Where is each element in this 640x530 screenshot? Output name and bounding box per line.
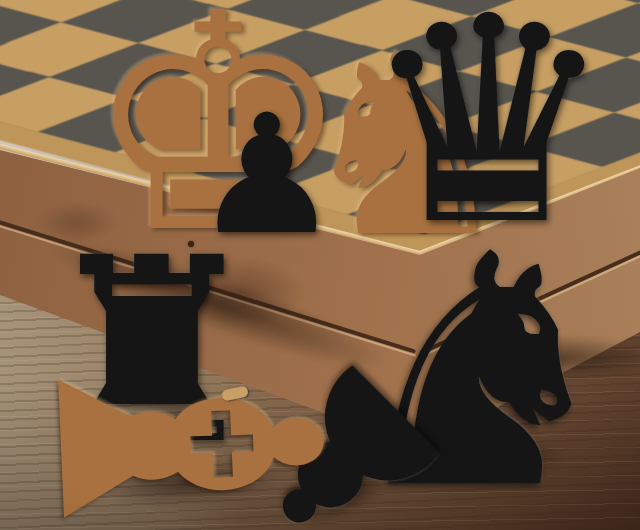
white-bishop-lying-piece[interactable]: ♝	[0, 308, 371, 530]
chess-still-life-photo: ♚ ♟ ♞ ♛ ♜ ♞ ♟ ♝	[0, 0, 640, 530]
